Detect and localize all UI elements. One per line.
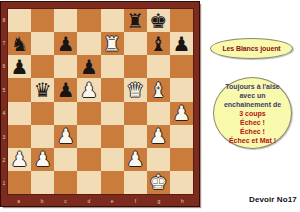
white-queen: ♛: [126, 80, 144, 100]
file-label-b: b: [30, 196, 53, 205]
assignment-label: Devoir No17: [249, 195, 297, 204]
hint-line-1: Toujours à l'aise: [225, 82, 279, 91]
square-h8: [170, 9, 193, 32]
square-c4: [54, 102, 77, 125]
square-b1: [31, 171, 54, 194]
square-e2: [101, 148, 124, 171]
square-c8: [54, 9, 77, 32]
square-h7: ♟: [170, 32, 193, 55]
white-pawn: ♟: [34, 149, 52, 169]
square-a2: ♟: [8, 148, 31, 171]
square-g2: [147, 148, 170, 171]
square-g6: [147, 55, 170, 78]
square-b6: [31, 55, 54, 78]
square-g7: ♝: [147, 32, 170, 55]
hint-line-2: avec un: [239, 91, 265, 100]
square-h3: [170, 125, 193, 148]
square-f4: [124, 102, 147, 125]
square-g1: ♚: [147, 171, 170, 194]
file-label-d: d: [77, 196, 100, 205]
square-h2: [170, 148, 193, 171]
white-rook: ♜: [103, 34, 121, 54]
square-a7: ♞: [8, 32, 31, 55]
black-rook: ♜: [126, 11, 144, 31]
hint-line-3: enchaînement de: [224, 100, 281, 109]
board-grid: ♜♚♞♟♜♝♟♟♟♛♟♟♛♝♟♟♟♟♟♟♚: [7, 8, 194, 195]
chess-board: 87654321 ♜♚♞♟♜♝♟♟♟♛♟♟♛♝♟♟♟♟♟♟♚ abcdefgh: [1, 2, 199, 206]
black-pawn: ♟: [57, 34, 75, 54]
hint-line-5: Échec !: [240, 118, 265, 127]
square-g4: [147, 102, 170, 125]
to-move-callout: Les Blancs jouent: [210, 38, 293, 59]
square-e1: [101, 171, 124, 194]
chess-worksheet: 87654321 ♜♚♞♟♜♝♟♟♟♛♟♟♛♝♟♟♟♟♟♟♚ abcdefgh …: [0, 0, 300, 212]
to-move-text: Les Blancs jouent: [222, 45, 280, 52]
square-f3: [124, 125, 147, 148]
square-b5: ♛: [31, 78, 54, 101]
square-e5: [101, 78, 124, 101]
square-b4: [31, 102, 54, 125]
square-f1: [124, 171, 147, 194]
square-d7: [77, 32, 100, 55]
square-b3: [31, 125, 54, 148]
black-pawn: ♟: [11, 57, 29, 77]
file-label-a: a: [7, 196, 30, 205]
white-pawn: ♟: [172, 103, 190, 123]
file-labels: abcdefgh: [7, 196, 194, 205]
hint-line-6: Échec !: [240, 127, 265, 136]
square-f7: [124, 32, 147, 55]
square-e8: [101, 9, 124, 32]
square-h5: [170, 78, 193, 101]
square-c2: [54, 148, 77, 171]
square-h4: ♟: [170, 102, 193, 125]
square-d4: [77, 102, 100, 125]
white-pawn: ♟: [149, 126, 167, 146]
square-d2: [77, 148, 100, 171]
square-c7: ♟: [54, 32, 77, 55]
square-e3: [101, 125, 124, 148]
black-king: ♚: [149, 11, 167, 31]
black-pawn: ♟: [172, 34, 190, 54]
white-pawn: ♟: [126, 149, 144, 169]
square-b2: ♟: [31, 148, 54, 171]
square-c1: [54, 171, 77, 194]
square-g5: ♝: [147, 78, 170, 101]
hint-callout: Toujours à l'aiseavec unenchaînement de3…: [213, 77, 292, 149]
file-label-e: e: [101, 196, 124, 205]
file-label-h: h: [171, 196, 194, 205]
square-e4: [101, 102, 124, 125]
hint-line-4: 3 coups: [239, 109, 265, 118]
square-c5: ♟: [54, 78, 77, 101]
square-a5: [8, 78, 31, 101]
hint-line-7: Échec et Mat !: [229, 136, 276, 145]
square-h1: [170, 171, 193, 194]
black-pawn: ♟: [57, 80, 75, 100]
white-bishop: ♝: [149, 80, 167, 100]
square-f2: ♟: [124, 148, 147, 171]
file-label-c: c: [54, 196, 77, 205]
square-f8: ♜: [124, 9, 147, 32]
white-king: ♚: [149, 172, 167, 192]
square-c3: ♟: [54, 125, 77, 148]
square-f5: ♛: [124, 78, 147, 101]
white-pawn: ♟: [57, 126, 75, 146]
square-h6: [170, 55, 193, 78]
square-a6: ♟: [8, 55, 31, 78]
square-f6: [124, 55, 147, 78]
square-d1: [77, 171, 100, 194]
square-b7: [31, 32, 54, 55]
square-d5: ♟: [77, 78, 100, 101]
square-a3: [8, 125, 31, 148]
black-pawn: ♟: [80, 57, 98, 77]
square-g3: ♟: [147, 125, 170, 148]
square-g8: ♚: [147, 9, 170, 32]
square-c6: [54, 55, 77, 78]
square-d6: ♟: [77, 55, 100, 78]
black-bishop: ♝: [149, 34, 167, 54]
square-b8: [31, 9, 54, 32]
white-pawn: ♟: [80, 80, 98, 100]
file-label-f: f: [124, 196, 147, 205]
square-d8: [77, 9, 100, 32]
square-e6: [101, 55, 124, 78]
square-a1: [8, 171, 31, 194]
white-pawn: ♟: [11, 149, 29, 169]
square-a8: [8, 9, 31, 32]
square-d3: [77, 125, 100, 148]
file-label-g: g: [147, 196, 170, 205]
square-e7: ♜: [101, 32, 124, 55]
black-knight: ♞: [11, 34, 29, 54]
black-queen: ♛: [34, 80, 52, 100]
square-a4: [8, 102, 31, 125]
